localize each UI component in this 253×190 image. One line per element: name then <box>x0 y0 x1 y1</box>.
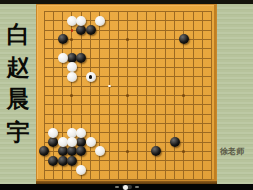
go-board[interactable] <box>36 4 217 181</box>
last-move-marker <box>89 75 93 79</box>
black-stone <box>39 146 49 156</box>
black-stone <box>151 146 161 156</box>
grid-line <box>44 114 213 115</box>
toggle-knob-icon <box>123 185 128 190</box>
player-name-char: 晨 <box>0 86 36 112</box>
black-stone <box>170 137 180 147</box>
grid-line <box>44 170 213 171</box>
white-stone <box>95 146 105 156</box>
player-name-char: 赵 <box>0 54 36 80</box>
app-window: 白赵晨宇 徐老师 <box>0 0 253 190</box>
white-stone <box>76 16 86 26</box>
grid-line <box>44 123 213 124</box>
grid-line <box>44 104 213 105</box>
playback-bar <box>0 184 253 190</box>
white-stone <box>76 128 86 138</box>
black-stone <box>86 25 96 35</box>
playback-prev-icon[interactable] <box>115 186 119 188</box>
watermark-label: 徐老师 <box>220 146 253 157</box>
black-stone <box>58 34 68 44</box>
white-stone <box>67 62 77 72</box>
black-stone <box>76 53 86 63</box>
playback-toggle[interactable] <box>122 185 132 189</box>
white-stone <box>48 128 58 138</box>
player-color-label: 白 <box>0 21 36 47</box>
black-stone <box>179 34 189 44</box>
white-stone <box>58 53 68 63</box>
player-caption-panel: 白赵晨宇 <box>0 4 36 184</box>
playback-next-icon[interactable] <box>135 186 139 188</box>
white-stone <box>67 137 77 147</box>
grid-line <box>202 11 203 180</box>
grid-line <box>165 11 166 180</box>
black-stone <box>76 25 86 35</box>
grid-line <box>146 11 147 180</box>
grid-line <box>44 179 213 180</box>
grid-line <box>211 11 212 180</box>
red-dot-marker <box>71 29 74 32</box>
white-stone <box>67 72 77 82</box>
star-point <box>182 94 185 97</box>
black-stone <box>48 137 58 147</box>
white-stone <box>95 16 105 26</box>
grid-line <box>137 11 138 180</box>
grid-line <box>174 11 175 180</box>
black-stone <box>67 156 77 166</box>
white-stone <box>76 165 86 175</box>
black-stone <box>76 146 86 156</box>
grid-line <box>193 11 194 180</box>
black-stone <box>48 156 58 166</box>
player-name-char: 宇 <box>0 119 36 145</box>
white-stone <box>86 137 96 147</box>
star-point <box>182 150 185 153</box>
